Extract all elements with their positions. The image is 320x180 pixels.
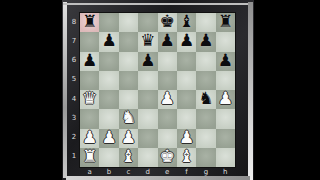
white-pawn-b2: ♟ bbox=[101, 129, 116, 146]
white-rook-a1: ♜ bbox=[82, 148, 97, 165]
square-e2 bbox=[158, 129, 177, 148]
file-label-c: c bbox=[124, 169, 132, 176]
white-pawn-e4: ♟ bbox=[160, 90, 175, 107]
square-a1: ♜ bbox=[80, 148, 99, 167]
square-g7: ♟ bbox=[196, 32, 215, 51]
square-a6: ♟ bbox=[80, 52, 99, 71]
black-pawn-h6: ♟ bbox=[218, 52, 233, 69]
square-c4 bbox=[119, 90, 138, 109]
square-g6 bbox=[196, 52, 215, 71]
square-e4: ♟ bbox=[158, 90, 177, 109]
file-label-d: d bbox=[144, 169, 152, 176]
square-h3 bbox=[216, 109, 235, 128]
square-b6 bbox=[99, 52, 118, 71]
square-h8: ♜ bbox=[216, 13, 235, 32]
square-a7 bbox=[80, 32, 99, 51]
square-c7 bbox=[119, 32, 138, 51]
file-label-h: h bbox=[221, 169, 229, 176]
square-a5 bbox=[80, 71, 99, 90]
square-f4 bbox=[177, 90, 196, 109]
square-a4: ♛ bbox=[80, 90, 99, 109]
square-b1 bbox=[99, 148, 118, 167]
file-label-b: b bbox=[105, 169, 113, 176]
rank-label-4: 4 bbox=[69, 96, 79, 103]
square-h2 bbox=[216, 129, 235, 148]
square-g2 bbox=[196, 129, 215, 148]
square-b8 bbox=[99, 13, 118, 32]
white-pawn-h4: ♟ bbox=[218, 90, 233, 107]
file-label-f: f bbox=[183, 169, 191, 176]
square-d4 bbox=[138, 90, 157, 109]
black-bishop-f8: ♝ bbox=[179, 13, 194, 30]
white-queen-a4: ♛ bbox=[82, 90, 97, 107]
white-pawn-f2: ♟ bbox=[179, 129, 194, 146]
square-c8 bbox=[119, 13, 138, 32]
square-e1: ♚ bbox=[158, 148, 177, 167]
square-b5 bbox=[99, 71, 118, 90]
square-f8: ♝ bbox=[177, 13, 196, 32]
square-h5 bbox=[216, 71, 235, 90]
square-d8 bbox=[138, 13, 157, 32]
chessboard: ♜♚♝♜♟♛♟♟♟♟♟♟♛♟♞♟♞♟♟♟♟♜♝♚♝ bbox=[80, 13, 235, 167]
black-pawn-f7: ♟ bbox=[179, 32, 194, 49]
white-king-e1: ♚ bbox=[160, 148, 175, 165]
rank-label-8: 8 bbox=[69, 19, 79, 26]
square-g3 bbox=[196, 109, 215, 128]
square-b3 bbox=[99, 109, 118, 128]
black-queen-d7: ♛ bbox=[140, 32, 155, 49]
black-pawn-g7: ♟ bbox=[198, 32, 213, 49]
square-h6: ♟ bbox=[216, 52, 235, 71]
square-d7: ♛ bbox=[138, 32, 157, 51]
rank-label-6: 6 bbox=[69, 57, 79, 64]
square-f7: ♟ bbox=[177, 32, 196, 51]
white-bishop-f1: ♝ bbox=[179, 148, 194, 165]
square-d2 bbox=[138, 129, 157, 148]
black-king-e8: ♚ bbox=[160, 13, 175, 30]
white-bishop-c1: ♝ bbox=[121, 148, 136, 165]
square-f2: ♟ bbox=[177, 129, 196, 148]
square-f5 bbox=[177, 71, 196, 90]
square-c1: ♝ bbox=[119, 148, 138, 167]
black-rook-a8: ♜ bbox=[82, 13, 97, 30]
square-a3 bbox=[80, 109, 99, 128]
frame-bevel-left bbox=[63, 2, 67, 178]
rank-label-2: 2 bbox=[69, 134, 79, 141]
black-pawn-a6: ♟ bbox=[82, 52, 97, 69]
square-d1 bbox=[138, 148, 157, 167]
video-frame-letterbox: ♜♚♝♜♟♛♟♟♟♟♟♟♛♟♞♟♞♟♟♟♟♜♝♚♝ 87654321abcdef… bbox=[0, 0, 320, 180]
square-g4: ♞ bbox=[196, 90, 215, 109]
frame-bevel-bottom bbox=[66, 176, 250, 180]
square-a8: ♜ bbox=[80, 13, 99, 32]
square-d6: ♟ bbox=[138, 52, 157, 71]
square-f1: ♝ bbox=[177, 148, 196, 167]
square-b4 bbox=[99, 90, 118, 109]
file-label-a: a bbox=[86, 169, 94, 176]
white-knight-c3: ♞ bbox=[121, 109, 136, 126]
square-h7 bbox=[216, 32, 235, 51]
white-pawn-c2: ♟ bbox=[121, 129, 136, 146]
square-c2: ♟ bbox=[119, 129, 138, 148]
rank-label-1: 1 bbox=[69, 153, 79, 160]
square-e7: ♟ bbox=[158, 32, 177, 51]
black-pawn-b7: ♟ bbox=[101, 32, 116, 49]
square-g1 bbox=[196, 148, 215, 167]
file-label-e: e bbox=[163, 169, 171, 176]
square-f6 bbox=[177, 52, 196, 71]
square-d3 bbox=[138, 109, 157, 128]
rank-label-5: 5 bbox=[69, 76, 79, 83]
white-pawn-a2: ♟ bbox=[82, 129, 97, 146]
square-d5 bbox=[138, 71, 157, 90]
square-f3 bbox=[177, 109, 196, 128]
file-label-g: g bbox=[202, 169, 210, 176]
black-pawn-e7: ♟ bbox=[160, 32, 175, 49]
square-h1 bbox=[216, 148, 235, 167]
square-b7: ♟ bbox=[99, 32, 118, 51]
square-e3 bbox=[158, 109, 177, 128]
frame-bevel-top bbox=[63, 3, 251, 5]
rank-label-3: 3 bbox=[69, 115, 79, 122]
square-h4: ♟ bbox=[216, 90, 235, 109]
square-c3: ♞ bbox=[119, 109, 138, 128]
square-g8 bbox=[196, 13, 215, 32]
square-b2: ♟ bbox=[99, 129, 118, 148]
black-rook-h8: ♜ bbox=[218, 13, 233, 30]
square-e5 bbox=[158, 71, 177, 90]
square-e6 bbox=[158, 52, 177, 71]
black-pawn-d6: ♟ bbox=[140, 52, 155, 69]
square-c5 bbox=[119, 71, 138, 90]
rank-label-7: 7 bbox=[69, 38, 79, 45]
square-a2: ♟ bbox=[80, 129, 99, 148]
square-c6 bbox=[119, 52, 138, 71]
frame-bevel-right bbox=[248, 2, 253, 180]
black-knight-g4: ♞ bbox=[198, 90, 213, 107]
square-g5 bbox=[196, 71, 215, 90]
square-e8: ♚ bbox=[158, 13, 177, 32]
